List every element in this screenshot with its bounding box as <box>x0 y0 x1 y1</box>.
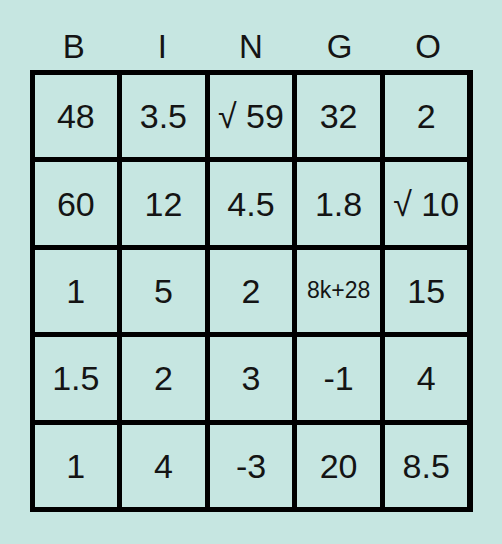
cell-r4c2[interactable]: 2 <box>122 337 205 419</box>
header-letter-b: B <box>30 30 119 63</box>
cell-r2c1[interactable]: 60 <box>35 162 118 244</box>
cell-r1c5[interactable]: 2 <box>385 75 468 157</box>
cell-value: 1.8 <box>315 187 362 221</box>
cell-r1c4[interactable]: 32 <box>297 75 380 157</box>
cell-value: 8.5 <box>403 449 450 483</box>
header-letter-o: O <box>384 30 473 63</box>
cell-r4c5[interactable]: 4 <box>385 337 468 419</box>
bingo-card: B I N G O 48 3.5 √ 59 32 2 60 12 4.5 1.8… <box>30 0 473 512</box>
cell-value: 48 <box>57 99 95 133</box>
cell-r3c1[interactable]: 1 <box>35 250 118 332</box>
cell-r5c4[interactable]: 20 <box>297 425 380 507</box>
cell-value: 1.5 <box>52 361 99 395</box>
bingo-header: B I N G O <box>30 0 473 70</box>
cell-r3c5[interactable]: 15 <box>385 250 468 332</box>
cell-value: 1 <box>66 449 85 483</box>
header-letter-g: G <box>295 30 384 63</box>
cell-r2c2[interactable]: 12 <box>122 162 205 244</box>
cell-value: 3 <box>242 361 261 395</box>
cell-r5c2[interactable]: 4 <box>122 425 205 507</box>
cell-r1c3[interactable]: √ 59 <box>210 75 293 157</box>
cell-r3c3[interactable]: 2 <box>210 250 293 332</box>
cell-r5c1[interactable]: 1 <box>35 425 118 507</box>
cell-value: 4.5 <box>227 187 274 221</box>
cell-r4c4[interactable]: -1 <box>297 337 380 419</box>
cell-r2c4[interactable]: 1.8 <box>297 162 380 244</box>
cell-r2c5[interactable]: √ 10 <box>385 162 468 244</box>
cell-value: 1 <box>66 274 85 308</box>
cell-value: 20 <box>320 449 358 483</box>
cell-value: 4 <box>154 449 173 483</box>
cell-value: √ 10 <box>393 187 459 221</box>
cell-value: -3 <box>236 449 266 483</box>
cell-value: 2 <box>154 361 173 395</box>
cell-value: 2 <box>417 99 436 133</box>
cell-r4c1[interactable]: 1.5 <box>35 337 118 419</box>
cell-value: -1 <box>323 361 353 395</box>
cell-value: 32 <box>320 99 358 133</box>
cell-value: 3.5 <box>140 99 187 133</box>
cell-r5c5[interactable]: 8.5 <box>385 425 468 507</box>
cell-r1c1[interactable]: 48 <box>35 75 118 157</box>
bingo-grid: 48 3.5 √ 59 32 2 60 12 4.5 1.8 √ 10 1 5 … <box>30 70 473 512</box>
cell-r3c2[interactable]: 5 <box>122 250 205 332</box>
header-letter-i: I <box>118 30 207 63</box>
cell-value: 12 <box>144 187 182 221</box>
cell-value: 8k+28 <box>307 279 370 302</box>
header-letter-n: N <box>207 30 296 63</box>
cell-r2c3[interactable]: 4.5 <box>210 162 293 244</box>
cell-r5c3[interactable]: -3 <box>210 425 293 507</box>
cell-r1c2[interactable]: 3.5 <box>122 75 205 157</box>
cell-value: 15 <box>407 274 445 308</box>
cell-value: 4 <box>417 361 436 395</box>
cell-value: 2 <box>242 274 261 308</box>
cell-r4c3[interactable]: 3 <box>210 337 293 419</box>
cell-value: 5 <box>154 274 173 308</box>
cell-r3c4[interactable]: 8k+28 <box>297 250 380 332</box>
cell-value: √ 59 <box>218 99 284 133</box>
cell-value: 60 <box>57 187 95 221</box>
